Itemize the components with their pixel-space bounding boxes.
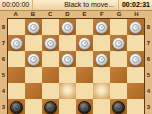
square-b7[interactable]: [25, 35, 42, 51]
white-piece-d6[interactable]: [61, 53, 74, 66]
row-label-7: 7: [145, 35, 152, 51]
row-labels-left: 876543: [0, 19, 7, 114]
col-label-c: C: [42, 11, 59, 18]
square-e4[interactable]: [76, 83, 93, 99]
square-g3[interactable]: [110, 99, 127, 114]
white-piece-c7[interactable]: [44, 37, 57, 50]
square-f3[interactable]: [93, 99, 110, 114]
square-e7[interactable]: [76, 35, 93, 51]
row-label-6: 6: [145, 51, 152, 67]
col-label-g: G: [111, 11, 128, 18]
white-piece-g7[interactable]: [112, 37, 125, 50]
square-a4[interactable]: [8, 83, 25, 99]
row-label-7: 7: [0, 35, 7, 51]
col-label-e: E: [76, 11, 93, 18]
square-a5[interactable]: [8, 67, 25, 83]
black-piece-c3[interactable]: [44, 101, 57, 114]
square-e3[interactable]: [76, 99, 93, 114]
row-label-3: 3: [145, 99, 152, 114]
white-piece-b6[interactable]: [27, 53, 40, 66]
square-d4[interactable]: [59, 83, 76, 99]
board: [7, 18, 145, 114]
square-g6[interactable]: [110, 51, 127, 67]
row-label-5: 5: [145, 67, 152, 83]
square-d5[interactable]: [59, 67, 76, 83]
square-a7[interactable]: [8, 35, 25, 51]
white-piece-f6[interactable]: [95, 53, 108, 66]
white-piece-a7[interactable]: [10, 37, 23, 50]
col-label-b: B: [24, 11, 41, 18]
col-label-a: A: [7, 11, 24, 18]
board-frame: ABCDEFGH 876543 876543: [0, 11, 152, 114]
square-a6[interactable]: [8, 51, 25, 67]
row-label-4: 4: [145, 83, 152, 99]
square-b6[interactable]: [25, 51, 42, 67]
square-b4[interactable]: [25, 83, 42, 99]
white-piece-f8[interactable]: [95, 21, 108, 34]
col-labels: ABCDEFGH: [7, 11, 145, 18]
white-piece-d8[interactable]: [61, 21, 74, 34]
square-g7[interactable]: [110, 35, 127, 51]
row-label-8: 8: [0, 19, 7, 35]
header: 00:00:00 Black to move... 00:02:31: [0, 0, 152, 11]
row-labels-right: 876543: [145, 19, 152, 114]
square-d8[interactable]: [59, 19, 76, 35]
move-status: Black to move...: [64, 0, 118, 10]
row-label-5: 5: [0, 67, 7, 83]
square-h4[interactable]: [127, 83, 144, 99]
square-h3[interactable]: [127, 99, 144, 114]
white-piece-h8[interactable]: [129, 21, 142, 34]
col-label-d: D: [59, 11, 76, 18]
square-c8[interactable]: [42, 19, 59, 35]
white-piece-b8[interactable]: [27, 21, 40, 34]
square-e8[interactable]: [76, 19, 93, 35]
square-e6[interactable]: [76, 51, 93, 67]
square-c5[interactable]: [42, 67, 59, 83]
white-piece-h6[interactable]: [129, 53, 142, 66]
square-f6[interactable]: [93, 51, 110, 67]
square-g4[interactable]: [110, 83, 127, 99]
square-c3[interactable]: [42, 99, 59, 114]
black-clock: 00:02:31: [118, 0, 150, 10]
row-label-3: 3: [0, 99, 7, 114]
square-b8[interactable]: [25, 19, 42, 35]
square-h5[interactable]: [127, 67, 144, 83]
square-d3[interactable]: [59, 99, 76, 114]
square-h6[interactable]: [127, 51, 144, 67]
row-label-6: 6: [0, 51, 7, 67]
col-label-f: F: [93, 11, 110, 18]
square-g5[interactable]: [110, 67, 127, 83]
square-f8[interactable]: [93, 19, 110, 35]
square-h7[interactable]: [127, 35, 144, 51]
square-c4[interactable]: [42, 83, 59, 99]
black-piece-e3[interactable]: [78, 101, 91, 114]
square-f7[interactable]: [93, 35, 110, 51]
white-clock: 00:00:00: [2, 0, 33, 10]
square-h8[interactable]: [127, 19, 144, 35]
black-piece-a3[interactable]: [10, 101, 23, 114]
square-b5[interactable]: [25, 67, 42, 83]
white-piece-e7[interactable]: [78, 37, 91, 50]
square-a3[interactable]: [8, 99, 25, 114]
row-label-4: 4: [0, 83, 7, 99]
square-g8[interactable]: [110, 19, 127, 35]
col-label-h: H: [128, 11, 145, 18]
square-f5[interactable]: [93, 67, 110, 83]
square-f4[interactable]: [93, 83, 110, 99]
square-c7[interactable]: [42, 35, 59, 51]
square-e5[interactable]: [76, 67, 93, 83]
square-c6[interactable]: [42, 51, 59, 67]
square-a8[interactable]: [8, 19, 25, 35]
row-label-8: 8: [145, 19, 152, 35]
square-b3[interactable]: [25, 99, 42, 114]
black-piece-g3[interactable]: [112, 101, 125, 114]
game-window: 00:00:00 Black to move... 00:02:31 ABCDE…: [0, 0, 152, 114]
square-d7[interactable]: [59, 35, 76, 51]
square-d6[interactable]: [59, 51, 76, 67]
